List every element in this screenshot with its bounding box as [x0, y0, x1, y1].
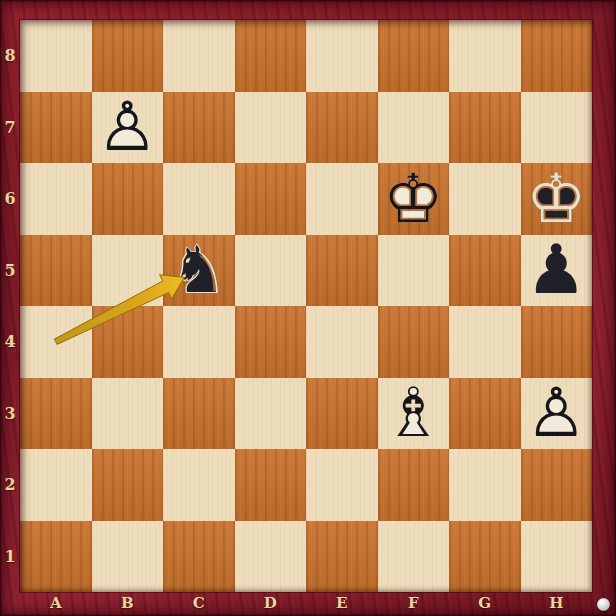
square-g3[interactable] — [449, 378, 521, 450]
square-a4[interactable] — [20, 306, 92, 378]
square-c7[interactable] — [163, 92, 235, 164]
piece-glyph-outline: ♔ — [521, 163, 593, 235]
square-d1[interactable] — [235, 521, 307, 593]
piece-glyph-outline: ♔ — [378, 163, 450, 235]
square-h8[interactable] — [521, 20, 593, 92]
piece-white-bishop-f3[interactable]: ♝♗ — [378, 378, 450, 450]
square-b5[interactable] — [92, 235, 164, 307]
square-h7[interactable] — [521, 92, 593, 164]
file-label-b: B — [92, 592, 164, 616]
rank-label-4: 4 — [0, 306, 20, 378]
square-b1[interactable] — [92, 521, 164, 593]
square-a7[interactable] — [20, 92, 92, 164]
square-h1[interactable] — [521, 521, 593, 593]
square-c3[interactable] — [163, 378, 235, 450]
square-g8[interactable] — [449, 20, 521, 92]
square-e2[interactable] — [306, 449, 378, 521]
file-label-a: A — [20, 592, 92, 616]
square-d8[interactable] — [235, 20, 307, 92]
square-e3[interactable] — [306, 378, 378, 450]
square-d2[interactable] — [235, 449, 307, 521]
square-a8[interactable] — [20, 20, 92, 92]
square-d7[interactable] — [235, 92, 307, 164]
file-label-e: E — [306, 592, 378, 616]
square-f5[interactable] — [378, 235, 450, 307]
square-g4[interactable] — [449, 306, 521, 378]
piece-glyph-fill: ♟ — [521, 235, 593, 307]
side-to-move-indicator — [597, 598, 610, 611]
file-label-c: C — [163, 592, 235, 616]
rank-label-3: 3 — [0, 378, 20, 450]
square-e7[interactable] — [306, 92, 378, 164]
rank-label-2: 2 — [0, 449, 20, 521]
square-e1[interactable] — [306, 521, 378, 593]
rank-label-8: 8 — [0, 20, 20, 92]
square-b2[interactable] — [92, 449, 164, 521]
file-label-h: H — [521, 592, 593, 616]
square-f8[interactable] — [378, 20, 450, 92]
piece-glyph-outline: ♘ — [163, 235, 235, 307]
rank-label-1: 1 — [0, 521, 20, 593]
square-a5[interactable] — [20, 235, 92, 307]
square-h2[interactable] — [521, 449, 593, 521]
square-a2[interactable] — [20, 449, 92, 521]
piece-black-pawn-h5[interactable]: ♟ — [521, 235, 593, 307]
piece-white-pawn-b7[interactable]: ♟♙ — [92, 92, 164, 164]
square-b6[interactable] — [92, 163, 164, 235]
square-c8[interactable] — [163, 20, 235, 92]
square-c4[interactable] — [163, 306, 235, 378]
piece-glyph-outline: ♙ — [521, 378, 593, 450]
square-f1[interactable] — [378, 521, 450, 593]
square-e8[interactable] — [306, 20, 378, 92]
square-c1[interactable] — [163, 521, 235, 593]
square-g6[interactable] — [449, 163, 521, 235]
file-label-d: D — [235, 592, 307, 616]
square-b4[interactable] — [92, 306, 164, 378]
piece-white-pawn-h3[interactable]: ♟♙ — [521, 378, 593, 450]
square-a6[interactable] — [20, 163, 92, 235]
file-label-g: G — [449, 592, 521, 616]
square-f4[interactable] — [378, 306, 450, 378]
square-d5[interactable] — [235, 235, 307, 307]
square-d3[interactable] — [235, 378, 307, 450]
square-b8[interactable] — [92, 20, 164, 92]
square-f7[interactable] — [378, 92, 450, 164]
square-a3[interactable] — [20, 378, 92, 450]
square-d6[interactable] — [235, 163, 307, 235]
square-b3[interactable] — [92, 378, 164, 450]
square-g7[interactable] — [449, 92, 521, 164]
rank-label-5: 5 — [0, 235, 20, 307]
square-c6[interactable] — [163, 163, 235, 235]
piece-glyph-outline: ♗ — [378, 378, 450, 450]
square-d4[interactable] — [235, 306, 307, 378]
rank-label-7: 7 — [0, 92, 20, 164]
square-e6[interactable] — [306, 163, 378, 235]
square-c2[interactable] — [163, 449, 235, 521]
piece-white-king-f6[interactable]: ♚♔ — [378, 163, 450, 235]
piece-black-knight-c5[interactable]: ♞♘ — [163, 235, 235, 307]
board-frame: ♟♙♚♔♚♔♞♘♟♝♗♟♙ 87654321 ABCDEFGH — [0, 0, 616, 616]
piece-black-king-h6[interactable]: ♚♔ — [521, 163, 593, 235]
rank-label-6: 6 — [0, 163, 20, 235]
square-g1[interactable] — [449, 521, 521, 593]
square-h4[interactable] — [521, 306, 593, 378]
square-g5[interactable] — [449, 235, 521, 307]
piece-glyph-outline: ♙ — [92, 92, 164, 164]
square-a1[interactable] — [20, 521, 92, 593]
square-e5[interactable] — [306, 235, 378, 307]
square-e4[interactable] — [306, 306, 378, 378]
file-label-f: F — [378, 592, 450, 616]
square-g2[interactable] — [449, 449, 521, 521]
square-f2[interactable] — [378, 449, 450, 521]
